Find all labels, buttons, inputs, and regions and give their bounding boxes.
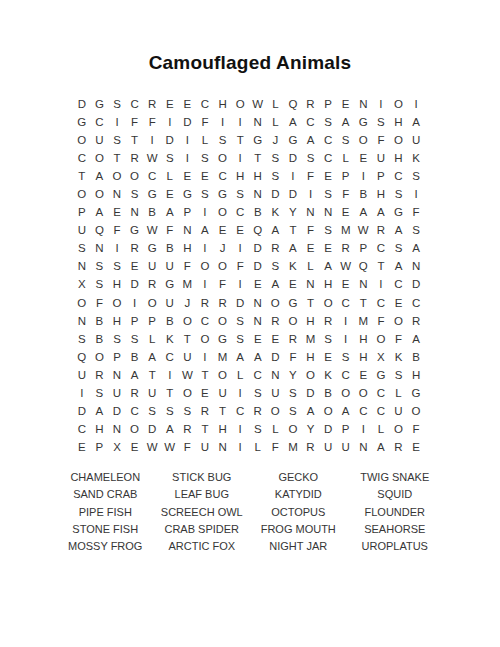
grid-cell[interactable]: T xyxy=(249,149,267,167)
grid-cell[interactable]: R xyxy=(126,239,144,257)
grid-cell[interactable]: U xyxy=(73,221,91,239)
grid-cell[interactable]: D xyxy=(73,402,91,420)
grid-cell[interactable]: S xyxy=(161,149,179,167)
grid-cell[interactable]: C xyxy=(214,167,232,185)
grid-cell[interactable]: S xyxy=(196,185,214,203)
grid-cell[interactable]: K xyxy=(267,203,285,221)
grid-cell[interactable]: L xyxy=(267,113,285,131)
grid-cell[interactable]: I xyxy=(407,95,425,113)
grid-cell[interactable]: D xyxy=(108,402,126,420)
grid-cell[interactable]: W xyxy=(143,149,161,167)
grid-cell[interactable]: U xyxy=(143,384,161,402)
grid-cell[interactable]: S xyxy=(73,239,91,257)
grid-cell[interactable]: I xyxy=(231,420,249,438)
grid-cell[interactable]: E xyxy=(319,239,337,257)
grid-cell[interactable]: J xyxy=(179,294,197,312)
grid-cell[interactable]: H xyxy=(108,275,126,293)
grid-cell[interactable]: K xyxy=(319,366,337,384)
grid-cell[interactable]: C xyxy=(143,167,161,185)
grid-cell[interactable]: A xyxy=(407,330,425,348)
grid-cell[interactable]: C xyxy=(372,402,390,420)
grid-cell[interactable]: N xyxy=(249,113,267,131)
grid-cell[interactable]: R xyxy=(267,239,285,257)
grid-cell[interactable]: I xyxy=(231,149,249,167)
grid-cell[interactable]: H xyxy=(249,167,267,185)
grid-cell[interactable]: C xyxy=(355,402,373,420)
grid-cell[interactable]: P xyxy=(91,438,109,456)
grid-cell[interactable]: M xyxy=(284,438,302,456)
grid-cell[interactable]: O xyxy=(390,312,408,330)
grid-cell[interactable]: O xyxy=(108,294,126,312)
grid-cell[interactable]: E xyxy=(179,95,197,113)
grid-cell[interactable]: T xyxy=(196,420,214,438)
grid-cell[interactable]: G xyxy=(284,294,302,312)
grid-cell[interactable]: E xyxy=(179,167,197,185)
grid-cell[interactable]: I xyxy=(231,113,249,131)
grid-cell[interactable]: P xyxy=(108,348,126,366)
grid-cell[interactable]: S xyxy=(302,149,320,167)
grid-cell[interactable]: F xyxy=(302,167,320,185)
grid-cell[interactable]: C xyxy=(126,95,144,113)
grid-cell[interactable]: N xyxy=(319,203,337,221)
grid-cell[interactable]: E xyxy=(302,239,320,257)
grid-cell[interactable]: N xyxy=(249,185,267,203)
grid-cell[interactable]: O xyxy=(319,294,337,312)
grid-cell[interactable]: A xyxy=(337,113,355,131)
grid-cell[interactable]: H xyxy=(355,348,373,366)
grid-cell[interactable]: G xyxy=(126,221,144,239)
grid-cell[interactable]: S xyxy=(143,402,161,420)
grid-cell[interactable]: J xyxy=(214,239,232,257)
grid-cell[interactable]: N xyxy=(214,438,232,456)
grid-cell[interactable]: O xyxy=(390,420,408,438)
grid-cell[interactable]: N xyxy=(355,95,373,113)
grid-cell[interactable]: A xyxy=(355,203,373,221)
grid-cell[interactable]: O xyxy=(372,330,390,348)
grid-cell[interactable]: N xyxy=(73,257,91,275)
grid-cell[interactable]: R xyxy=(407,312,425,330)
grid-cell[interactable]: F xyxy=(179,438,197,456)
grid-cell[interactable]: N xyxy=(355,438,373,456)
grid-cell[interactable]: S xyxy=(126,330,144,348)
grid-cell[interactable]: F xyxy=(143,113,161,131)
grid-cell[interactable]: H xyxy=(390,113,408,131)
grid-cell[interactable]: H xyxy=(108,312,126,330)
grid-cell[interactable]: I xyxy=(284,167,302,185)
grid-cell[interactable]: R xyxy=(337,239,355,257)
grid-cell[interactable]: A xyxy=(143,348,161,366)
grid-cell[interactable]: A xyxy=(91,402,109,420)
grid-cell[interactable]: A xyxy=(284,113,302,131)
grid-cell[interactable]: C xyxy=(302,113,320,131)
grid-cell[interactable]: C xyxy=(196,312,214,330)
grid-cell[interactable]: U xyxy=(91,131,109,149)
grid-cell[interactable]: L xyxy=(302,257,320,275)
grid-cell[interactable]: T xyxy=(73,167,91,185)
grid-cell[interactable]: T xyxy=(108,149,126,167)
grid-cell[interactable]: S xyxy=(267,257,285,275)
grid-cell[interactable]: Q xyxy=(355,257,373,275)
grid-cell[interactable]: D xyxy=(126,275,144,293)
grid-cell[interactable]: B xyxy=(91,312,109,330)
grid-cell[interactable]: S xyxy=(267,167,285,185)
grid-cell[interactable]: S xyxy=(284,402,302,420)
grid-cell[interactable]: C xyxy=(161,348,179,366)
grid-cell[interactable]: A xyxy=(161,420,179,438)
grid-cell[interactable]: R xyxy=(143,95,161,113)
grid-cell[interactable]: S xyxy=(249,384,267,402)
grid-cell[interactable]: G xyxy=(390,203,408,221)
grid-cell[interactable]: H xyxy=(214,95,232,113)
grid-cell[interactable]: R xyxy=(249,402,267,420)
grid-cell[interactable]: I xyxy=(161,113,179,131)
grid-cell[interactable]: A xyxy=(390,221,408,239)
grid-cell[interactable]: I xyxy=(355,167,373,185)
grid-cell[interactable]: L xyxy=(337,149,355,167)
grid-cell[interactable]: O xyxy=(73,294,91,312)
grid-cell[interactable]: I xyxy=(196,275,214,293)
grid-cell[interactable]: A xyxy=(91,203,109,221)
grid-cell[interactable]: I xyxy=(231,275,249,293)
grid-cell[interactable]: T xyxy=(126,131,144,149)
grid-cell[interactable]: E xyxy=(196,167,214,185)
grid-cell[interactable]: E xyxy=(355,149,373,167)
grid-cell[interactable]: D xyxy=(249,257,267,275)
grid-cell[interactable]: Q xyxy=(73,348,91,366)
grid-cell[interactable]: F xyxy=(407,203,425,221)
grid-cell[interactable]: E xyxy=(267,330,285,348)
grid-cell[interactable]: R xyxy=(196,402,214,420)
grid-cell[interactable]: A xyxy=(126,366,144,384)
grid-cell[interactable]: S xyxy=(407,167,425,185)
grid-cell[interactable]: U xyxy=(337,438,355,456)
grid-cell[interactable]: Y xyxy=(302,420,320,438)
grid-cell[interactable]: I xyxy=(108,239,126,257)
grid-cell[interactable]: P xyxy=(73,203,91,221)
grid-cell[interactable]: F xyxy=(372,312,390,330)
grid-cell[interactable]: H xyxy=(214,420,232,438)
grid-cell[interactable]: A xyxy=(407,113,425,131)
grid-cell[interactable]: F xyxy=(126,113,144,131)
grid-cell[interactable]: I xyxy=(337,330,355,348)
grid-cell[interactable]: H xyxy=(91,420,109,438)
grid-cell[interactable]: S xyxy=(91,257,109,275)
grid-cell[interactable]: P xyxy=(355,239,373,257)
grid-cell[interactable]: D xyxy=(249,239,267,257)
grid-cell[interactable]: O xyxy=(337,384,355,402)
grid-cell[interactable]: A xyxy=(91,167,109,185)
grid-cell[interactable]: C xyxy=(372,294,390,312)
grid-cell[interactable]: L xyxy=(161,167,179,185)
grid-cell[interactable]: I xyxy=(108,113,126,131)
grid-cell[interactable]: N xyxy=(302,203,320,221)
grid-cell[interactable]: P xyxy=(372,167,390,185)
grid-cell[interactable]: S xyxy=(108,131,126,149)
grid-cell[interactable]: I xyxy=(179,149,197,167)
grid-cell[interactable]: C xyxy=(91,113,109,131)
grid-cell[interactable]: B xyxy=(407,348,425,366)
grid-cell[interactable]: T xyxy=(372,257,390,275)
grid-cell[interactable]: O xyxy=(73,131,91,149)
grid-cell[interactable]: S xyxy=(337,131,355,149)
grid-cell[interactable]: C xyxy=(390,275,408,293)
grid-cell[interactable]: S xyxy=(108,330,126,348)
grid-cell[interactable]: G xyxy=(161,275,179,293)
grid-cell[interactable]: R xyxy=(126,384,144,402)
grid-cell[interactable]: Y xyxy=(284,366,302,384)
grid-cell[interactable]: H xyxy=(390,149,408,167)
grid-cell[interactable]: U xyxy=(108,384,126,402)
grid-cell[interactable]: U xyxy=(161,294,179,312)
grid-cell[interactable]: W xyxy=(143,438,161,456)
grid-cell[interactable]: G xyxy=(143,239,161,257)
grid-cell[interactable]: I xyxy=(355,420,373,438)
grid-cell[interactable]: U xyxy=(179,348,197,366)
grid-cell[interactable]: E xyxy=(337,203,355,221)
grid-cell[interactable]: R xyxy=(143,275,161,293)
grid-cell[interactable]: S xyxy=(231,330,249,348)
grid-cell[interactable]: F xyxy=(267,438,285,456)
grid-cell[interactable]: R xyxy=(91,366,109,384)
grid-cell[interactable]: I xyxy=(196,203,214,221)
grid-cell[interactable]: M xyxy=(302,330,320,348)
grid-cell[interactable]: A xyxy=(372,438,390,456)
grid-cell[interactable]: C xyxy=(407,294,425,312)
grid-cell[interactable]: C xyxy=(337,294,355,312)
grid-cell[interactable]: F xyxy=(179,257,197,275)
grid-cell[interactable]: T xyxy=(196,366,214,384)
grid-cell[interactable]: G xyxy=(143,185,161,203)
grid-cell[interactable]: F xyxy=(302,221,320,239)
grid-cell[interactable]: C xyxy=(390,167,408,185)
grid-cell[interactable]: T xyxy=(355,294,373,312)
grid-cell[interactable]: E xyxy=(249,275,267,293)
grid-cell[interactable]: U xyxy=(214,384,232,402)
grid-cell[interactable]: U xyxy=(372,149,390,167)
grid-cell[interactable]: H xyxy=(319,275,337,293)
grid-cell[interactable]: A xyxy=(372,203,390,221)
grid-cell[interactable]: O xyxy=(143,294,161,312)
grid-cell[interactable]: I xyxy=(126,294,144,312)
grid-cell[interactable]: S xyxy=(390,366,408,384)
grid-cell[interactable]: H xyxy=(179,239,197,257)
grid-cell[interactable]: S xyxy=(372,113,390,131)
grid-cell[interactable]: S xyxy=(231,312,249,330)
grid-cell[interactable]: L xyxy=(249,438,267,456)
grid-cell[interactable]: B xyxy=(143,203,161,221)
grid-cell[interactable]: L xyxy=(390,384,408,402)
grid-cell[interactable]: R xyxy=(196,294,214,312)
grid-cell[interactable]: S xyxy=(91,384,109,402)
grid-cell[interactable]: R xyxy=(372,221,390,239)
grid-cell[interactable]: S xyxy=(319,221,337,239)
grid-cell[interactable]: G xyxy=(91,95,109,113)
grid-cell[interactable]: H xyxy=(231,167,249,185)
grid-cell[interactable]: L xyxy=(231,366,249,384)
grid-cell[interactable]: B xyxy=(126,348,144,366)
grid-cell[interactable]: E xyxy=(126,257,144,275)
grid-cell[interactable]: E xyxy=(319,348,337,366)
grid-cell[interactable]: U xyxy=(161,257,179,275)
grid-cell[interactable]: I xyxy=(214,113,232,131)
grid-cell[interactable]: C xyxy=(126,402,144,420)
grid-cell[interactable]: O xyxy=(214,312,232,330)
grid-cell[interactable]: E xyxy=(196,384,214,402)
grid-cell[interactable]: G xyxy=(214,330,232,348)
grid-cell[interactable]: E xyxy=(126,438,144,456)
grid-cell[interactable]: I xyxy=(337,312,355,330)
grid-cell[interactable]: D xyxy=(161,131,179,149)
grid-cell[interactable]: R xyxy=(319,312,337,330)
grid-cell[interactable]: O xyxy=(126,420,144,438)
grid-cell[interactable]: E xyxy=(337,275,355,293)
grid-cell[interactable]: S xyxy=(337,348,355,366)
grid-cell[interactable]: H xyxy=(355,330,373,348)
grid-cell[interactable]: N xyxy=(407,257,425,275)
grid-cell[interactable]: F xyxy=(337,185,355,203)
grid-cell[interactable]: G xyxy=(249,131,267,149)
grid-cell[interactable]: N xyxy=(108,366,126,384)
grid-cell[interactable]: U xyxy=(319,438,337,456)
grid-cell[interactable]: I xyxy=(372,95,390,113)
grid-cell[interactable]: O xyxy=(108,167,126,185)
grid-cell[interactable]: D xyxy=(319,420,337,438)
grid-cell[interactable]: A xyxy=(319,257,337,275)
grid-cell[interactable]: O xyxy=(126,167,144,185)
grid-cell[interactable]: G xyxy=(284,131,302,149)
grid-cell[interactable]: C xyxy=(319,131,337,149)
grid-cell[interactable]: E xyxy=(73,438,91,456)
grid-cell[interactable]: A xyxy=(249,348,267,366)
grid-cell[interactable]: I xyxy=(302,185,320,203)
grid-cell[interactable]: C xyxy=(231,203,249,221)
grid-cell[interactable]: S xyxy=(319,113,337,131)
grid-cell[interactable]: O xyxy=(196,330,214,348)
grid-cell[interactable]: N xyxy=(91,239,109,257)
grid-cell[interactable]: I xyxy=(231,239,249,257)
grid-cell[interactable]: A xyxy=(267,275,285,293)
grid-cell[interactable]: W xyxy=(179,366,197,384)
grid-cell[interactable]: U xyxy=(267,384,285,402)
grid-cell[interactable]: C xyxy=(337,366,355,384)
grid-cell[interactable]: F xyxy=(214,275,232,293)
grid-cell[interactable]: O xyxy=(390,95,408,113)
grid-cell[interactable]: N xyxy=(267,366,285,384)
grid-cell[interactable]: T xyxy=(179,330,197,348)
grid-cell[interactable]: H xyxy=(302,312,320,330)
grid-cell[interactable]: A xyxy=(231,348,249,366)
grid-cell[interactable]: S xyxy=(390,185,408,203)
grid-cell[interactable]: H xyxy=(407,366,425,384)
grid-cell[interactable]: G xyxy=(407,384,425,402)
grid-cell[interactable]: F xyxy=(161,221,179,239)
grid-cell[interactable]: P xyxy=(126,312,144,330)
grid-cell[interactable]: Q xyxy=(91,221,109,239)
grid-cell[interactable]: E xyxy=(407,438,425,456)
grid-cell[interactable]: W xyxy=(355,221,373,239)
grid-cell[interactable]: O xyxy=(179,384,197,402)
grid-cell[interactable]: E xyxy=(161,95,179,113)
grid-cell[interactable]: C xyxy=(231,402,249,420)
grid-cell[interactable]: O xyxy=(355,384,373,402)
grid-cell[interactable]: U xyxy=(407,131,425,149)
grid-cell[interactable]: F xyxy=(372,131,390,149)
grid-cell[interactable]: N xyxy=(73,312,91,330)
grid-cell[interactable]: E xyxy=(231,221,249,239)
grid-cell[interactable]: W xyxy=(161,438,179,456)
grid-cell[interactable]: O xyxy=(284,420,302,438)
grid-cell[interactable]: G xyxy=(73,113,91,131)
grid-cell[interactable]: R xyxy=(390,438,408,456)
grid-cell[interactable]: U xyxy=(196,438,214,456)
grid-cell[interactable]: B xyxy=(249,203,267,221)
grid-cell[interactable]: L xyxy=(267,420,285,438)
grid-cell[interactable]: T xyxy=(284,221,302,239)
grid-cell[interactable]: A xyxy=(337,402,355,420)
grid-cell[interactable]: F xyxy=(231,257,249,275)
grid-cell[interactable]: H xyxy=(302,348,320,366)
grid-cell[interactable]: O xyxy=(214,257,232,275)
grid-cell[interactable]: M xyxy=(355,312,373,330)
grid-cell[interactable]: S xyxy=(179,402,197,420)
grid-cell[interactable]: P xyxy=(143,312,161,330)
grid-cell[interactable]: B xyxy=(355,185,373,203)
grid-cell[interactable]: C xyxy=(73,420,91,438)
grid-cell[interactable]: W xyxy=(143,221,161,239)
grid-cell[interactable]: C xyxy=(319,149,337,167)
grid-cell[interactable]: D xyxy=(407,275,425,293)
grid-cell[interactable]: S xyxy=(407,221,425,239)
grid-cell[interactable]: U xyxy=(390,402,408,420)
grid-cell[interactable]: M xyxy=(214,348,232,366)
grid-cell[interactable]: S xyxy=(108,95,126,113)
grid-cell[interactable]: U xyxy=(143,257,161,275)
grid-cell[interactable]: O xyxy=(214,149,232,167)
grid-cell[interactable]: O xyxy=(231,95,249,113)
grid-cell[interactable]: F xyxy=(390,330,408,348)
grid-cell[interactable]: A xyxy=(407,239,425,257)
grid-cell[interactable]: S xyxy=(319,185,337,203)
grid-cell[interactable]: O xyxy=(91,185,109,203)
grid-cell[interactable]: F xyxy=(108,221,126,239)
grid-cell[interactable]: W xyxy=(249,95,267,113)
grid-cell[interactable]: E xyxy=(108,203,126,221)
grid-cell[interactable]: B xyxy=(319,384,337,402)
grid-cell[interactable]: N xyxy=(126,203,144,221)
grid-cell[interactable]: O xyxy=(73,185,91,203)
grid-cell[interactable]: T xyxy=(214,402,232,420)
grid-cell[interactable]: C xyxy=(73,149,91,167)
grid-cell[interactable]: O xyxy=(91,348,109,366)
grid-cell[interactable]: N xyxy=(108,420,126,438)
grid-cell[interactable]: F xyxy=(91,294,109,312)
grid-cell[interactable]: Q xyxy=(249,221,267,239)
grid-cell[interactable]: K xyxy=(284,257,302,275)
grid-cell[interactable]: E xyxy=(355,366,373,384)
grid-cell[interactable]: A xyxy=(284,239,302,257)
grid-cell[interactable]: A xyxy=(302,402,320,420)
grid-cell[interactable]: O xyxy=(196,257,214,275)
grid-cell[interactable]: D xyxy=(73,95,91,113)
grid-cell[interactable]: C xyxy=(196,95,214,113)
grid-cell[interactable]: P xyxy=(337,167,355,185)
grid-cell[interactable]: C xyxy=(372,384,390,402)
grid-cell[interactable]: N xyxy=(249,312,267,330)
grid-cell[interactable]: O xyxy=(355,131,373,149)
grid-cell[interactable]: D xyxy=(284,185,302,203)
grid-cell[interactable]: D xyxy=(179,113,197,131)
grid-cell[interactable]: G xyxy=(214,185,232,203)
